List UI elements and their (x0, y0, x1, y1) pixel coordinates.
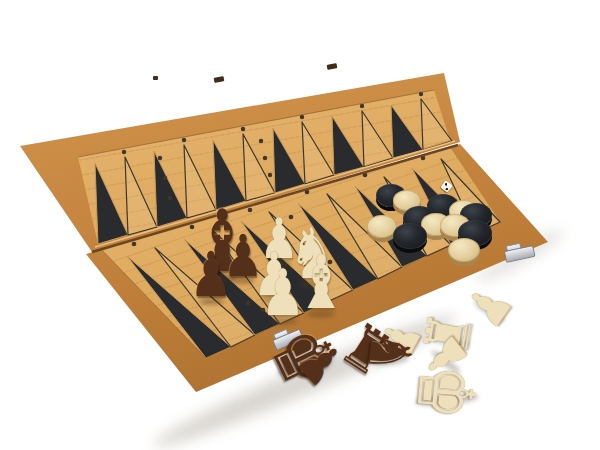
dark-knight-fallen[interactable]: ♞ (358, 329, 421, 377)
hinge-icon (327, 63, 338, 70)
product-photo-scene: ♝ ♟ ♟ ♟ ♟ ♟ ♞ ♝ ♚ ♟ ♜ ♟ ♞ ♟ ♜ ♟ ♚ (0, 0, 600, 450)
hinge-pin-icon (153, 76, 158, 80)
light-bishop-standing[interactable]: ♝ (295, 245, 347, 319)
checker-cream[interactable] (448, 238, 480, 262)
hinge-icon (214, 76, 225, 83)
dark-pawn-standing[interactable]: ♟ (189, 244, 232, 306)
checker-black[interactable] (393, 223, 427, 249)
